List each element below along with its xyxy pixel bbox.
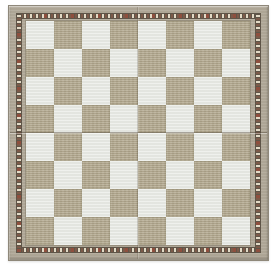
square-a3 <box>26 161 54 189</box>
square-b2 <box>54 189 82 217</box>
square-c8 <box>82 21 110 49</box>
square-f1 <box>166 217 194 245</box>
square-d8 <box>110 21 138 49</box>
square-g2 <box>194 189 222 217</box>
square-g7 <box>194 49 222 77</box>
square-b7 <box>54 49 82 77</box>
square-c4 <box>82 133 110 161</box>
mosaic-border-right <box>255 13 261 253</box>
mosaic-border-bottom <box>16 247 261 253</box>
square-d3 <box>110 161 138 189</box>
mosaic-border-left <box>16 13 22 253</box>
square-h1 <box>222 217 250 245</box>
square-b4 <box>54 133 82 161</box>
square-a5 <box>26 105 54 133</box>
square-g5 <box>194 105 222 133</box>
square-f7 <box>166 49 194 77</box>
chessboard-grid <box>26 21 250 245</box>
square-g8 <box>194 21 222 49</box>
square-h2 <box>222 189 250 217</box>
square-f2 <box>166 189 194 217</box>
square-d7 <box>110 49 138 77</box>
square-d5 <box>110 105 138 133</box>
square-h3 <box>222 161 250 189</box>
square-g4 <box>194 133 222 161</box>
square-h8 <box>222 21 250 49</box>
square-f6 <box>166 77 194 105</box>
square-e1 <box>138 217 166 245</box>
square-d6 <box>110 77 138 105</box>
product-photo <box>0 0 280 280</box>
square-e8 <box>138 21 166 49</box>
square-a4 <box>26 133 54 161</box>
square-b6 <box>54 77 82 105</box>
square-d4 <box>110 133 138 161</box>
square-e4 <box>138 133 166 161</box>
square-a2 <box>26 189 54 217</box>
square-a6 <box>26 77 54 105</box>
square-e6 <box>138 77 166 105</box>
square-c5 <box>82 105 110 133</box>
square-a8 <box>26 21 54 49</box>
square-g3 <box>194 161 222 189</box>
square-d1 <box>110 217 138 245</box>
square-b8 <box>54 21 82 49</box>
square-h7 <box>222 49 250 77</box>
square-b1 <box>54 217 82 245</box>
square-h6 <box>222 77 250 105</box>
square-g1 <box>194 217 222 245</box>
square-h4 <box>222 133 250 161</box>
square-c7 <box>82 49 110 77</box>
square-d2 <box>110 189 138 217</box>
square-f4 <box>166 133 194 161</box>
square-e3 <box>138 161 166 189</box>
square-h5 <box>222 105 250 133</box>
square-b3 <box>54 161 82 189</box>
square-e7 <box>138 49 166 77</box>
mosaic-border-top <box>16 13 261 19</box>
square-f3 <box>166 161 194 189</box>
chessboard <box>8 5 269 261</box>
square-c6 <box>82 77 110 105</box>
square-a1 <box>26 217 54 245</box>
square-c1 <box>82 217 110 245</box>
square-e5 <box>138 105 166 133</box>
square-f5 <box>166 105 194 133</box>
square-a7 <box>26 49 54 77</box>
square-c2 <box>82 189 110 217</box>
square-f8 <box>166 21 194 49</box>
square-g6 <box>194 77 222 105</box>
square-e2 <box>138 189 166 217</box>
square-b5 <box>54 105 82 133</box>
square-c3 <box>82 161 110 189</box>
